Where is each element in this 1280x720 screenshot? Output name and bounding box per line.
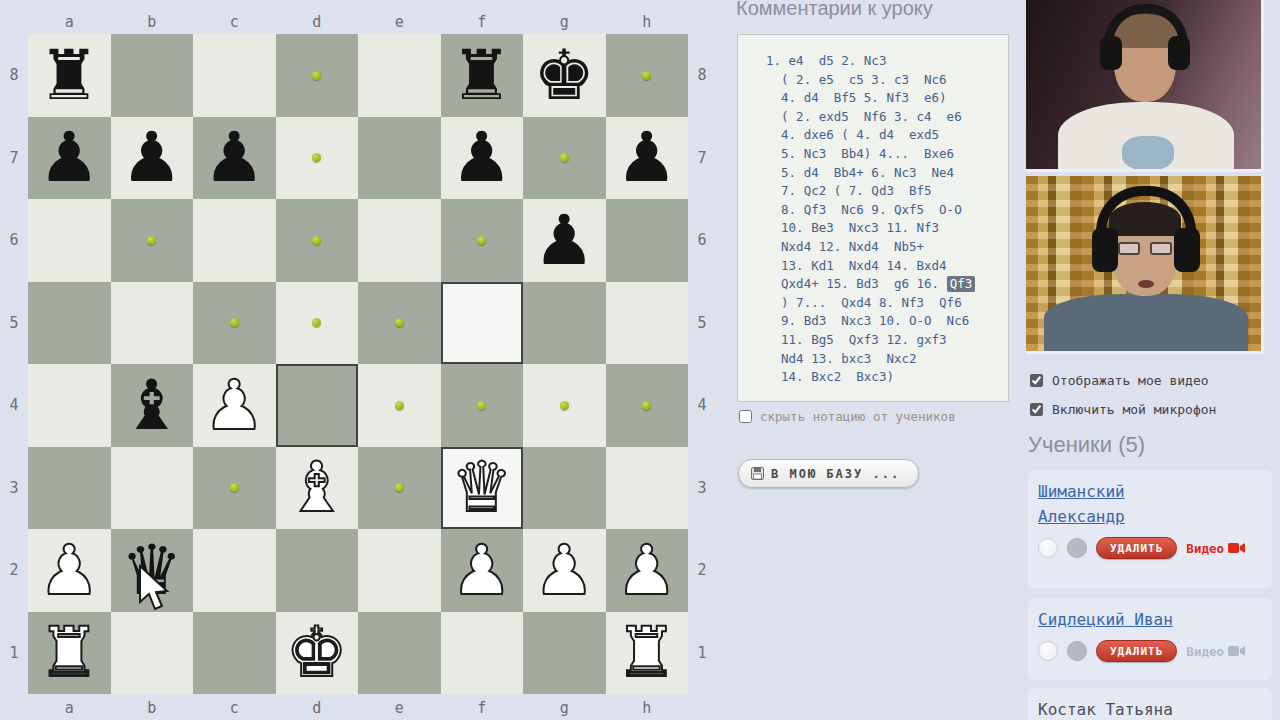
coord-label-f: f bbox=[441, 12, 524, 32]
coord-label-3: 3 bbox=[2, 447, 26, 530]
square-d3[interactable]: ♝ bbox=[276, 447, 359, 530]
square-e5[interactable] bbox=[358, 282, 441, 365]
show-video-row: Отображать мое видео bbox=[1030, 373, 1209, 388]
mouse-cursor-icon bbox=[136, 564, 176, 612]
square-e2[interactable] bbox=[358, 529, 441, 612]
student-card: Костак Татьяна bbox=[1028, 688, 1272, 720]
square-g8[interactable]: ♚ bbox=[523, 34, 606, 117]
square-a3[interactable] bbox=[28, 447, 111, 530]
notation-text[interactable]: 4. d4 Bf5 5. Nf3 e6) bbox=[766, 90, 947, 105]
glasses-icon bbox=[1118, 242, 1172, 256]
student-name-link[interactable]: Шиманский Александр bbox=[1038, 479, 1198, 529]
coord-label-g: g bbox=[523, 12, 606, 32]
square-a7[interactable]: ♟ bbox=[28, 117, 111, 200]
coord-label-e: e bbox=[358, 698, 441, 718]
square-c3[interactable] bbox=[193, 447, 276, 530]
square-e4[interactable] bbox=[358, 364, 441, 447]
notation-line: ( 2. e5 c5 3. c3 Nc6 bbox=[766, 71, 1002, 90]
square-a4[interactable] bbox=[28, 364, 111, 447]
square-c2[interactable] bbox=[193, 529, 276, 612]
student-toggle-circle[interactable] bbox=[1038, 538, 1058, 558]
piece-white-rook[interactable]: ♜ bbox=[38, 618, 100, 687]
coord-label-1: 1 bbox=[2, 612, 26, 695]
file-labels-top: abcdefgh bbox=[28, 12, 688, 32]
square-c6[interactable] bbox=[193, 199, 276, 282]
square-e6[interactable] bbox=[358, 199, 441, 282]
coord-label-8: 8 bbox=[690, 34, 714, 117]
piece-black-pawn[interactable]: ♟ bbox=[38, 123, 100, 192]
student-controls: УДАЛИТЬВидео bbox=[1038, 537, 1262, 559]
coord-label-c: c bbox=[193, 698, 276, 718]
square-d4[interactable] bbox=[276, 364, 359, 447]
square-c7[interactable]: ♟ bbox=[193, 117, 276, 200]
coord-label-5: 5 bbox=[690, 282, 714, 365]
file-labels-bottom: abcdefgh bbox=[28, 698, 688, 718]
notation-line: 14. Bxc2 Bxc3) bbox=[766, 368, 1002, 387]
mic-row: Включить мой микрофон bbox=[1030, 402, 1216, 417]
piece-white-pawn[interactable]: ♟ bbox=[203, 371, 265, 440]
notation-line: Nd4 13. bxc3 Nxc2 bbox=[766, 350, 1002, 369]
piece-black-pawn[interactable]: ♟ bbox=[533, 206, 595, 275]
square-e7[interactable] bbox=[358, 117, 441, 200]
piece-black-rook[interactable]: ♜ bbox=[451, 41, 513, 110]
notation-text[interactable]: 7. Qc2 ( 7. Qd3 Bf5 bbox=[766, 183, 932, 198]
legal-move-dot bbox=[312, 236, 321, 245]
legal-move-dot bbox=[560, 401, 569, 410]
student-video-toggle[interactable]: Видео bbox=[1186, 541, 1245, 556]
student-card: Шиманский АлександрУДАЛИТЬВидео bbox=[1028, 470, 1272, 588]
coord-label-5: 5 bbox=[2, 282, 26, 365]
square-c4[interactable]: ♟ bbox=[193, 364, 276, 447]
notation-line: 9. Bd3 Nxc3 10. O-O Nc6 bbox=[766, 312, 1002, 331]
webcam-video-bottom bbox=[1026, 176, 1264, 354]
square-g3[interactable] bbox=[523, 447, 606, 530]
notation-text[interactable]: ( 2. e5 c5 3. c3 Nc6 bbox=[766, 72, 947, 87]
notation-text[interactable]: 10. Be3 Nxc3 11. Nf3 bbox=[766, 220, 939, 235]
square-f5[interactable] bbox=[441, 282, 524, 365]
square-e8[interactable] bbox=[358, 34, 441, 117]
video-camera-icon bbox=[1228, 542, 1245, 554]
coord-label-2: 2 bbox=[2, 529, 26, 612]
square-f4[interactable] bbox=[441, 364, 524, 447]
square-e3[interactable] bbox=[358, 447, 441, 530]
square-d6[interactable] bbox=[276, 199, 359, 282]
square-b3[interactable] bbox=[111, 447, 194, 530]
legal-move-dot bbox=[395, 483, 404, 492]
piece-black-pawn[interactable]: ♟ bbox=[203, 123, 265, 192]
coord-label-6: 6 bbox=[2, 199, 26, 282]
notation-text[interactable]: Nxd4 12. Nxd4 Nb5+ bbox=[766, 239, 924, 254]
notation-line: Qxd4+ 15. Bd3 g6 16. Qf3 bbox=[766, 275, 1002, 294]
notation-text[interactable]: 5. d4 Bb4+ 6. Nc3 Ne4 bbox=[766, 165, 954, 180]
notation-text[interactable]: 11. Bg5 Qxf3 12. gxf3 bbox=[766, 332, 947, 347]
coord-label-h: h bbox=[606, 12, 689, 32]
student-status-circle[interactable] bbox=[1067, 538, 1087, 558]
square-g1[interactable] bbox=[523, 612, 606, 695]
square-d2[interactable] bbox=[276, 529, 359, 612]
notation-line: 5. d4 Bb4+ 6. Nc3 Ne4 bbox=[766, 164, 1002, 183]
square-g4[interactable] bbox=[523, 364, 606, 447]
rank-labels-left: 87654321 bbox=[2, 34, 26, 694]
piece-white-king[interactable]: ♚ bbox=[286, 618, 348, 687]
piece-white-pawn[interactable]: ♟ bbox=[38, 536, 100, 605]
student-controls: УДАЛИТЬВидео bbox=[1038, 640, 1262, 662]
student-video-label: Видео bbox=[1186, 644, 1224, 659]
square-a5[interactable] bbox=[28, 282, 111, 365]
coord-label-7: 7 bbox=[690, 117, 714, 200]
piece-white-queen[interactable]: ♛ bbox=[451, 453, 513, 522]
piece-white-bishop[interactable]: ♝ bbox=[286, 453, 348, 522]
legal-move-dot bbox=[230, 483, 239, 492]
show-my-video-label[interactable]: Отображать мое видео bbox=[1052, 373, 1209, 388]
notation-line: 1. e4 d5 2. Nc3 bbox=[766, 52, 1002, 71]
piece-white-pawn[interactable]: ♟ bbox=[616, 536, 678, 605]
square-h6[interactable] bbox=[606, 199, 689, 282]
student-name-link: Костак Татьяна bbox=[1038, 700, 1173, 719]
square-f1[interactable] bbox=[441, 612, 524, 695]
coord-label-d: d bbox=[276, 698, 359, 718]
student-name-link[interactable]: Сидлецкий Иван bbox=[1038, 607, 1173, 632]
students-header: Ученики (5) bbox=[1028, 432, 1145, 458]
show-my-video-checkbox[interactable] bbox=[1030, 374, 1043, 387]
student-toggle-circle[interactable] bbox=[1038, 641, 1058, 661]
notation-text[interactable]: 14. Bxc2 Bxc3) bbox=[766, 369, 894, 384]
notation-line: 10. Be3 Nxc3 11. Nf3 bbox=[766, 219, 1002, 238]
square-g7[interactable] bbox=[523, 117, 606, 200]
coord-label-4: 4 bbox=[2, 364, 26, 447]
notation-line: ) 7... Qxd4 8. Nf3 Qf6 bbox=[766, 294, 1002, 313]
piece-white-rook[interactable]: ♜ bbox=[616, 618, 678, 687]
notation-panel[interactable]: 1. e4 d5 2. Nc3 ( 2. e5 c5 3. c3 Nc6 4. … bbox=[737, 34, 1009, 402]
legal-move-dot bbox=[147, 236, 156, 245]
legal-move-dot bbox=[395, 318, 404, 327]
square-d1[interactable]: ♚ bbox=[276, 612, 359, 695]
square-d8[interactable] bbox=[276, 34, 359, 117]
coord-label-6: 6 bbox=[690, 199, 714, 282]
notation-text[interactable]: 5. Nc3 Bb4) 4... Bxe6 bbox=[766, 146, 954, 161]
square-a6[interactable] bbox=[28, 199, 111, 282]
square-c8[interactable] bbox=[193, 34, 276, 117]
notation-line: 4. d4 Bf5 5. Nf3 e6) bbox=[766, 89, 1002, 108]
piece-black-pawn[interactable]: ♟ bbox=[616, 123, 678, 192]
delete-student-button[interactable]: УДАЛИТЬ bbox=[1096, 640, 1177, 662]
enable-mic-checkbox[interactable] bbox=[1030, 403, 1043, 416]
coord-label-a: a bbox=[28, 12, 111, 32]
coord-label-b: b bbox=[111, 12, 194, 32]
piece-black-pawn[interactable]: ♟ bbox=[451, 123, 513, 192]
square-d7[interactable] bbox=[276, 117, 359, 200]
piece-black-king[interactable]: ♚ bbox=[533, 41, 595, 110]
enable-mic-label[interactable]: Включить мой микрофон bbox=[1052, 402, 1216, 417]
square-c5[interactable] bbox=[193, 282, 276, 365]
coord-label-3: 3 bbox=[690, 447, 714, 530]
save-disk-icon bbox=[751, 467, 764, 480]
student-card: Сидлецкий ИванУДАЛИТЬВидео bbox=[1028, 598, 1272, 680]
current-move-highlight[interactable]: Qf3 bbox=[947, 276, 976, 292]
square-b1[interactable] bbox=[111, 612, 194, 695]
save-to-base-button[interactable]: В МОЮ БАЗУ ... bbox=[738, 459, 919, 488]
piece-black-rook[interactable]: ♜ bbox=[38, 41, 100, 110]
notation-text[interactable]: ( 2. exd5 Nf6 3. c4 e6 bbox=[766, 109, 962, 124]
legal-move-dot bbox=[477, 401, 486, 410]
square-a8[interactable]: ♜ bbox=[28, 34, 111, 117]
square-g2[interactable]: ♟ bbox=[523, 529, 606, 612]
piece-white-pawn[interactable]: ♟ bbox=[451, 536, 513, 605]
legal-move-dot bbox=[395, 401, 404, 410]
piece-black-bishop[interactable]: ♝ bbox=[121, 371, 183, 440]
coord-label-h: h bbox=[606, 698, 689, 718]
square-c1[interactable] bbox=[193, 612, 276, 695]
square-h1[interactable]: ♜ bbox=[606, 612, 689, 695]
student-status-circle[interactable] bbox=[1067, 641, 1087, 661]
chess-board[interactable]: ♜♜♚♟♟♟♟♟♟♝♟♝♛♟♛♟♟♟♜♚♜ bbox=[28, 34, 688, 694]
square-h2[interactable]: ♟ bbox=[606, 529, 689, 612]
comments-title: Комментарии к уроку bbox=[736, 0, 933, 20]
notation-text[interactable]: 13. Kd1 Nxd4 14. Bxd4 bbox=[766, 258, 947, 273]
square-d5[interactable] bbox=[276, 282, 359, 365]
notation-line: 4. dxe6 ( 4. d4 exd5 bbox=[766, 126, 1002, 145]
square-f2[interactable]: ♟ bbox=[441, 529, 524, 612]
square-f3[interactable]: ♛ bbox=[441, 447, 524, 530]
square-f6[interactable] bbox=[441, 199, 524, 282]
notation-line: 13. Kd1 Nxd4 14. Bxd4 bbox=[766, 257, 1002, 276]
square-g6[interactable]: ♟ bbox=[523, 199, 606, 282]
coord-label-f: f bbox=[441, 698, 524, 718]
coord-label-d: d bbox=[276, 12, 359, 32]
video-camera-icon bbox=[1228, 645, 1245, 657]
coord-label-8: 8 bbox=[2, 34, 26, 117]
delete-student-button[interactable]: УДАЛИТЬ bbox=[1096, 537, 1177, 559]
coord-label-4: 4 bbox=[690, 364, 714, 447]
legal-move-dot bbox=[312, 153, 321, 162]
notation-line: ( 2. exd5 Nf6 3. c4 e6 bbox=[766, 108, 1002, 127]
coord-label-2: 2 bbox=[690, 529, 714, 612]
notation-line: 8. Qf3 Nc6 9. Qxf5 O-O bbox=[766, 201, 1002, 220]
webcam-video-top bbox=[1026, 0, 1264, 172]
square-h8[interactable] bbox=[606, 34, 689, 117]
legal-move-dot bbox=[560, 153, 569, 162]
square-a2[interactable]: ♟ bbox=[28, 529, 111, 612]
legal-move-dot bbox=[642, 401, 651, 410]
square-b7[interactable]: ♟ bbox=[111, 117, 194, 200]
chess-lesson-app: abcdefgh abcdefgh 87654321 87654321 ♜♜♚♟… bbox=[0, 0, 1280, 720]
coord-label-7: 7 bbox=[2, 117, 26, 200]
rank-labels-right: 87654321 bbox=[690, 34, 714, 694]
notation-text[interactable]: 8. Qf3 Nc6 9. Qxf5 O-O bbox=[766, 202, 962, 217]
notation-line: 5. Nc3 Bb4) 4... Bxe6 bbox=[766, 145, 1002, 164]
coord-label-e: e bbox=[358, 12, 441, 32]
square-h4[interactable] bbox=[606, 364, 689, 447]
legal-move-dot bbox=[642, 71, 651, 80]
notation-line: 7. Qc2 ( 7. Qd3 Bf5 bbox=[766, 182, 1002, 201]
coord-label-c: c bbox=[193, 12, 276, 32]
legal-move-dot bbox=[312, 318, 321, 327]
notation-text[interactable]: 4. dxe6 ( 4. d4 exd5 bbox=[766, 127, 939, 142]
notation-text[interactable]: Nd4 13. bxc3 Nxc2 bbox=[766, 351, 917, 366]
piece-black-pawn[interactable]: ♟ bbox=[121, 123, 183, 192]
notation-text[interactable]: ) 7... Qxd4 8. Nf3 Qf6 bbox=[766, 295, 962, 310]
square-e1[interactable] bbox=[358, 612, 441, 695]
notation-text[interactable]: 1. e4 d5 2. Nc3 bbox=[766, 53, 886, 68]
square-h5[interactable] bbox=[606, 282, 689, 365]
save-button-label: В МОЮ БАЗУ ... bbox=[771, 467, 900, 481]
square-b6[interactable] bbox=[111, 199, 194, 282]
square-g5[interactable] bbox=[523, 282, 606, 365]
student-video-toggle[interactable]: Видео bbox=[1186, 644, 1245, 659]
coord-label-g: g bbox=[523, 698, 606, 718]
square-h3[interactable] bbox=[606, 447, 689, 530]
square-f8[interactable]: ♜ bbox=[441, 34, 524, 117]
hide-notation-row: скрыть нотацию от учеников bbox=[739, 409, 956, 424]
hide-notation-label[interactable]: скрыть нотацию от учеников bbox=[760, 409, 956, 424]
notation-text[interactable]: 9. Bd3 Nxc3 10. O-O Nc6 bbox=[766, 313, 969, 328]
video-figure bbox=[1044, 294, 1248, 354]
legal-move-dot bbox=[230, 318, 239, 327]
notation-line: Nxd4 12. Nxd4 Nb5+ bbox=[766, 238, 1002, 257]
student-video-label: Видео bbox=[1186, 541, 1224, 556]
square-b4[interactable]: ♝ bbox=[111, 364, 194, 447]
legal-move-dot bbox=[312, 71, 321, 80]
square-b8[interactable] bbox=[111, 34, 194, 117]
square-b5[interactable] bbox=[111, 282, 194, 365]
hide-notation-checkbox[interactable] bbox=[739, 410, 752, 423]
coord-label-1: 1 bbox=[690, 612, 714, 695]
coord-label-b: b bbox=[111, 698, 194, 718]
notation-text[interactable]: Qxd4+ 15. Bd3 g6 16. bbox=[766, 276, 947, 291]
piece-white-pawn[interactable]: ♟ bbox=[533, 536, 595, 605]
notation-line: 11. Bg5 Qxf3 12. gxf3 bbox=[766, 331, 1002, 350]
square-h7[interactable]: ♟ bbox=[606, 117, 689, 200]
square-a1[interactable]: ♜ bbox=[28, 612, 111, 695]
square-f7[interactable]: ♟ bbox=[441, 117, 524, 200]
legal-move-dot bbox=[477, 236, 486, 245]
coord-label-a: a bbox=[28, 698, 111, 718]
